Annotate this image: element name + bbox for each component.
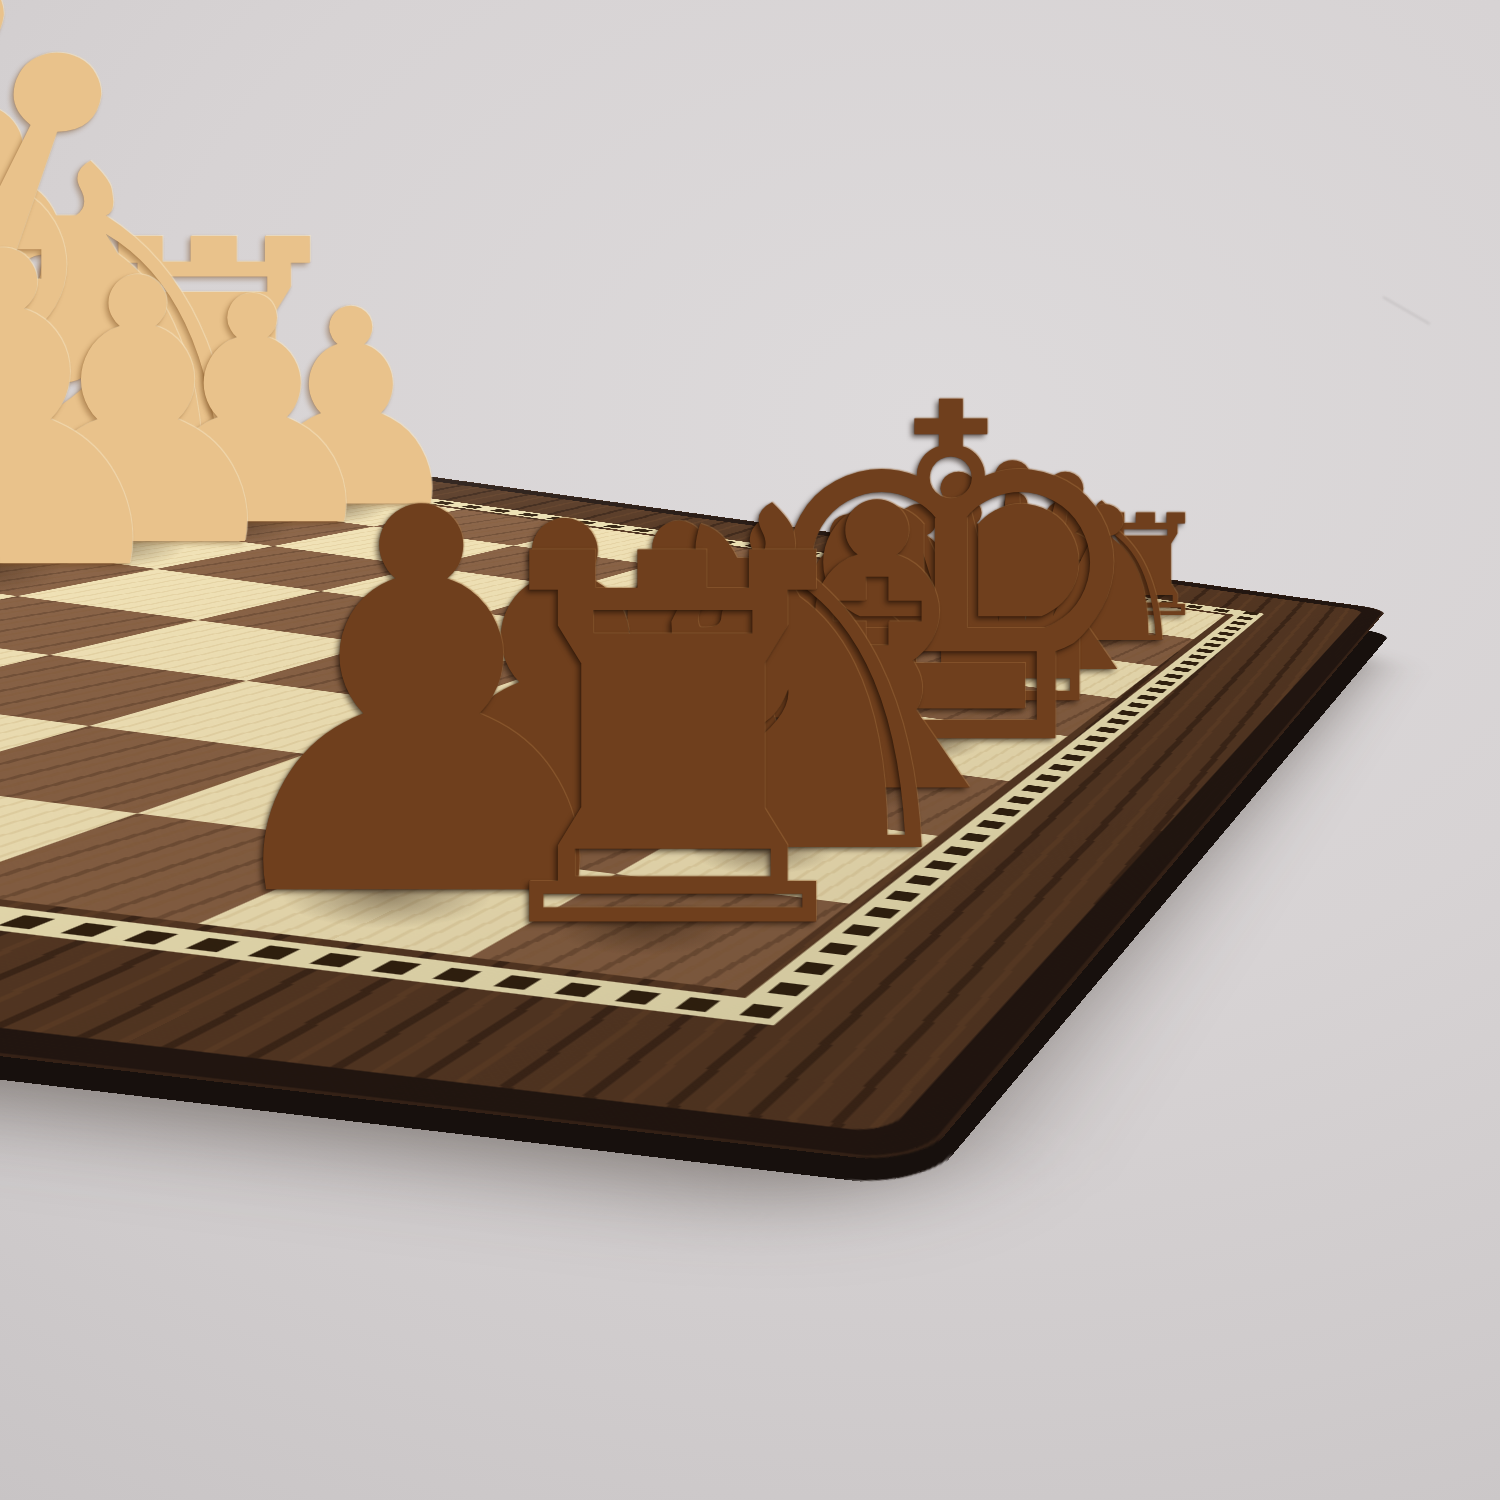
photo-stage: ♜♞♟♝♟♟♛♟♟♟♜♟♞♟♝♟♛♟♚♟♝♟♞♟♜: [0, 0, 1500, 1500]
